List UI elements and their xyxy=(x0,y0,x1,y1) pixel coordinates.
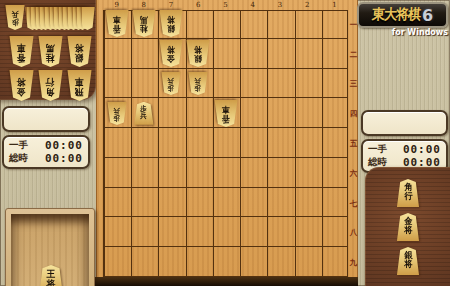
sente-captured-tray[interactable]: 角行金将銀将 xyxy=(365,167,450,286)
hand-piece-gote[interactable]: 飛車 xyxy=(67,70,92,101)
piece-face: 銀将 xyxy=(186,40,210,67)
sente-move-time-label: 一手 xyxy=(368,143,387,156)
piece-face: 歩兵 xyxy=(161,72,181,95)
piece-face: 飛車 xyxy=(67,70,92,101)
board-pieces-layer: 香車桂馬銀将金将銀将歩兵歩兵歩兵歩兵香車 xyxy=(97,0,357,278)
sente-move-time-value: 00:00 xyxy=(403,143,441,156)
gote-captured-tray[interactable]: 歩兵香車桂馬銀将金将角行飛車 xyxy=(0,0,96,100)
hand-piece-sente[interactable]: 角行 xyxy=(397,179,420,207)
logo-title: 東大将棋 xyxy=(371,5,420,25)
piece-face: 香車 xyxy=(105,10,129,37)
piece-face: 歩兵 xyxy=(107,102,127,125)
logo-subtitle: for Windows xyxy=(360,28,448,37)
piece-face: 香車 xyxy=(9,36,34,67)
board-piece-71[interactable]: 銀将 xyxy=(159,10,183,37)
board-piece-81[interactable]: 桂馬 xyxy=(132,10,156,37)
hand-pawn-fan[interactable] xyxy=(80,7,95,30)
piece-face: 桂馬 xyxy=(38,36,63,67)
hand-piece-sente[interactable]: 金将 xyxy=(397,213,420,241)
piece-face: 香車 xyxy=(214,100,238,127)
piece-face xyxy=(80,7,95,30)
gote-total-time-value: 00:00 xyxy=(45,152,83,165)
hand-piece-sente[interactable]: 銀将 xyxy=(397,247,420,275)
gote-name-plate xyxy=(2,106,90,132)
hand-pawn-gote[interactable]: 歩兵 xyxy=(5,5,25,30)
app-logo: 東大将棋 6 xyxy=(357,2,448,28)
hand-piece-gote[interactable]: 金将 xyxy=(9,70,34,101)
hand-piece-gote[interactable]: 銀将 xyxy=(67,36,92,67)
hand-piece-gote[interactable]: 香車 xyxy=(9,36,34,67)
logo-version: 6 xyxy=(422,6,433,25)
board-piece-94[interactable]: 歩兵 xyxy=(107,102,127,125)
shogi-board[interactable]: 987654321 一二三四五六七八九 香車桂馬銀将金将銀将歩兵歩兵歩兵歩兵香車 xyxy=(96,0,358,278)
board-piece-73[interactable]: 歩兵 xyxy=(161,72,181,95)
board-piece-84[interactable]: 歩兵 xyxy=(134,102,154,125)
gote-move-time-value: 00:00 xyxy=(45,139,83,152)
board-piece-72[interactable]: 金将 xyxy=(159,40,183,67)
piece-face: 金将 xyxy=(9,70,34,101)
piece-box-interior: 王将 xyxy=(11,214,89,286)
piece-box[interactable]: 王将 xyxy=(5,208,95,286)
board-edge-shadow xyxy=(94,277,358,286)
piece-face: 銀将 xyxy=(159,10,183,37)
piece-face: 歩兵 xyxy=(5,5,25,30)
piece-face: 角行 xyxy=(38,70,63,101)
piece-face: 歩兵 xyxy=(134,102,154,125)
board-piece-91[interactable]: 香車 xyxy=(105,10,129,37)
piece-face: 歩兵 xyxy=(188,72,208,95)
boxed-king[interactable]: 王将 xyxy=(39,265,64,286)
piece-face: 王将 xyxy=(39,265,64,286)
piece-face: 銀将 xyxy=(397,247,420,275)
sente-name-plate xyxy=(361,110,448,136)
piece-face: 金将 xyxy=(397,213,420,241)
gote-move-time-label: 一手 xyxy=(9,139,28,152)
hand-piece-gote[interactable]: 角行 xyxy=(38,70,63,101)
piece-face: 銀将 xyxy=(67,36,92,67)
piece-face: 金将 xyxy=(159,40,183,67)
gote-total-time-label: 総時 xyxy=(9,152,28,165)
hand-piece-gote[interactable]: 桂馬 xyxy=(38,36,63,67)
gote-clock-panel: 一手 00:00 総時 00:00 xyxy=(2,135,90,169)
piece-face: 角行 xyxy=(397,179,420,207)
shogi-app-window: 歩兵香車桂馬銀将金将角行飛車 987654321 一二三四五六七八九 香車桂馬銀… xyxy=(0,0,450,286)
board-piece-63[interactable]: 歩兵 xyxy=(188,72,208,95)
board-piece-62[interactable]: 銀将 xyxy=(186,40,210,67)
piece-face: 桂馬 xyxy=(132,10,156,37)
board-piece-54[interactable]: 香車 xyxy=(214,100,238,127)
